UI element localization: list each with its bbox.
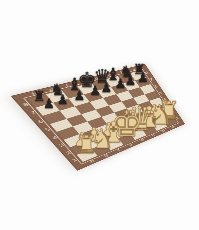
coord-file-near-h: h: [89, 159, 95, 164]
coord-file-near-d: d: [140, 138, 145, 142]
coord-file-near-b: b: [161, 129, 165, 133]
coord-rank-right-4: 4: [163, 98, 167, 102]
coord-rank-left-8: 8: [22, 102, 30, 107]
coord-file-near-e: e: [128, 143, 133, 147]
coord-rank-left-4: 4: [51, 135, 58, 140]
coord-rank-right-1: 1: [175, 117, 179, 121]
coord-rank-left-3: 3: [58, 143, 65, 148]
coord-file-near-c: c: [151, 133, 155, 137]
coord-rank-left-1: 1: [71, 158, 78, 163]
coord-rank-right-8: 8: [144, 71, 149, 75]
coord-rank-right-5: 5: [158, 91, 163, 95]
coord-file-near-f: f: [117, 148, 121, 152]
coord-rank-left-5: 5: [44, 127, 51, 132]
coord-rank-right-2: 2: [171, 110, 175, 114]
coord-rank-right-6: 6: [154, 85, 159, 89]
coord-rank-right-7: 7: [149, 78, 154, 82]
coord-rank-left-6: 6: [37, 119, 45, 124]
coord-rank-left-7: 7: [29, 111, 37, 116]
product-photo-canvas: hhggffeeddccbbaa8877665544332211 ♜♞♝♛♚♝♞…: [0, 0, 199, 230]
chess-board: hhggffeeddccbbaa8877665544332211: [11, 64, 185, 171]
coord-file-far-c: c: [107, 73, 112, 77]
coord-file-far-a: a: [131, 68, 136, 72]
coord-rank-right-3: 3: [167, 104, 171, 108]
coord-file-near-a: a: [171, 125, 175, 129]
coord-file-far-f: f: [65, 84, 70, 88]
coord-file-near-g: g: [103, 153, 109, 157]
coord-rank-left-2: 2: [65, 151, 72, 156]
